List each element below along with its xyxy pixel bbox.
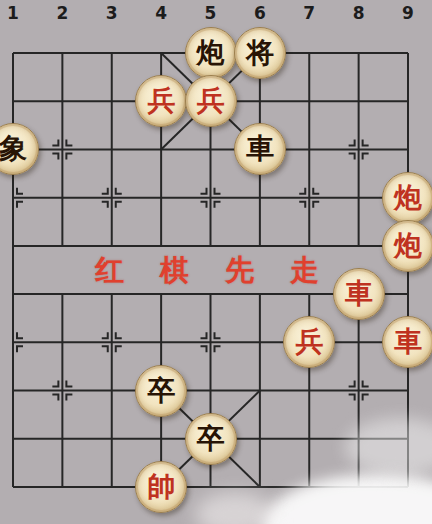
red-chariot-c9r7[interactable]: 車: [382, 316, 432, 368]
column-label-4: 4: [155, 3, 167, 23]
column-label-6: 6: [254, 3, 266, 23]
red-soldier-c4r2[interactable]: 兵: [135, 75, 187, 127]
column-label-1: 1: [7, 3, 19, 23]
red-cannon-c9r4[interactable]: 炮: [382, 172, 432, 224]
column-label-2: 2: [56, 3, 68, 23]
black-general-c6r1[interactable]: 将: [234, 27, 286, 79]
red-soldier-c5r2[interactable]: 兵: [185, 75, 237, 127]
black-chariot-c6r3[interactable]: 車: [234, 123, 286, 175]
column-label-8: 8: [353, 3, 365, 23]
column-labels: 123456789: [0, 3, 432, 23]
black-soldier-c4r8[interactable]: 卒: [135, 365, 187, 417]
column-label-7: 7: [303, 3, 315, 23]
red-soldier-c7r7[interactable]: 兵: [283, 316, 335, 368]
red-general-c4r10[interactable]: 帥: [135, 461, 187, 513]
black-soldier-c5r9[interactable]: 卒: [185, 413, 237, 465]
black-cannon-c5r1[interactable]: 炮: [185, 27, 237, 79]
column-label-9: 9: [402, 3, 414, 23]
column-label-5: 5: [205, 3, 217, 23]
pieces-grid: 炮将兵兵象車炮炮車兵車卒卒帥: [0, 29, 432, 511]
column-label-3: 3: [106, 3, 118, 23]
red-chariot-c8r6[interactable]: 車: [333, 268, 385, 320]
xiangqi-board: 123456789 红棋先走 炮将兵兵象車炮炮車兵車卒卒帥: [0, 0, 432, 524]
red-cannon-c9r5[interactable]: 炮: [382, 220, 432, 272]
black-elephant-c1r3[interactable]: 象: [0, 123, 39, 175]
